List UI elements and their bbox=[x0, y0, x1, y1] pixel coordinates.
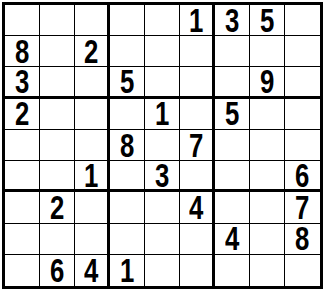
cell-r2c2[interactable] bbox=[40, 36, 75, 67]
cell-r9c3[interactable]: 4 bbox=[75, 255, 110, 286]
cell-r5c8[interactable] bbox=[250, 130, 285, 161]
cell-r8c5[interactable] bbox=[145, 224, 180, 255]
cell-r4c4[interactable] bbox=[110, 99, 145, 130]
cell-r3c6[interactable] bbox=[180, 67, 215, 98]
cell-r2c5[interactable] bbox=[145, 36, 180, 67]
cell-r2c1[interactable]: 8 bbox=[5, 36, 40, 67]
cell-r7c4[interactable] bbox=[110, 192, 145, 223]
cell-r2c4[interactable] bbox=[110, 36, 145, 67]
cell-r7c7[interactable] bbox=[215, 192, 250, 223]
cell-r8c9[interactable]: 8 bbox=[285, 224, 320, 255]
cell-r9c7[interactable] bbox=[215, 255, 250, 286]
cell-r1c3[interactable] bbox=[75, 5, 110, 36]
given-digit: 6 bbox=[50, 255, 64, 286]
cell-r1c5[interactable] bbox=[145, 5, 180, 36]
given-digit: 9 bbox=[260, 67, 274, 98]
cell-r6c3[interactable]: 1 bbox=[75, 161, 110, 192]
cell-r2c3[interactable]: 2 bbox=[75, 36, 110, 67]
given-digit: 8 bbox=[120, 130, 134, 161]
given-digit: 1 bbox=[189, 5, 203, 36]
cell-r1c2[interactable] bbox=[40, 5, 75, 36]
cell-r8c4[interactable] bbox=[110, 224, 145, 255]
cell-r2c6[interactable] bbox=[180, 36, 215, 67]
cell-r8c8[interactable] bbox=[250, 224, 285, 255]
cell-r6c1[interactable] bbox=[5, 161, 40, 192]
cell-r3c2[interactable] bbox=[40, 67, 75, 98]
cell-r7c5[interactable] bbox=[145, 192, 180, 223]
cell-r6c9[interactable]: 6 bbox=[285, 161, 320, 192]
cell-r6c5[interactable]: 3 bbox=[145, 161, 180, 192]
given-digit: 2 bbox=[50, 192, 64, 223]
cell-r4c8[interactable] bbox=[250, 99, 285, 130]
cell-r3c7[interactable] bbox=[215, 67, 250, 98]
given-digit: 2 bbox=[15, 99, 29, 130]
cell-r4c9[interactable] bbox=[285, 99, 320, 130]
sudoku-board: 135823592158713624748641 bbox=[2, 2, 323, 289]
cell-r7c2[interactable]: 2 bbox=[40, 192, 75, 223]
given-digit: 4 bbox=[189, 192, 203, 223]
cell-r3c9[interactable] bbox=[285, 67, 320, 98]
cell-r1c8[interactable]: 5 bbox=[250, 5, 285, 36]
given-digit: 1 bbox=[84, 161, 98, 192]
cell-r4c3[interactable] bbox=[75, 99, 110, 130]
cell-r4c7[interactable]: 5 bbox=[215, 99, 250, 130]
cell-r6c2[interactable] bbox=[40, 161, 75, 192]
cell-r3c5[interactable] bbox=[145, 67, 180, 98]
cell-r3c3[interactable] bbox=[75, 67, 110, 98]
cell-r5c9[interactable] bbox=[285, 130, 320, 161]
given-digit: 6 bbox=[295, 161, 309, 192]
cell-r6c4[interactable] bbox=[110, 161, 145, 192]
cell-r4c1[interactable]: 2 bbox=[5, 99, 40, 130]
cell-r5c2[interactable] bbox=[40, 130, 75, 161]
cell-r2c7[interactable] bbox=[215, 36, 250, 67]
cell-r7c1[interactable] bbox=[5, 192, 40, 223]
cell-r6c6[interactable] bbox=[180, 161, 215, 192]
cell-r5c4[interactable]: 8 bbox=[110, 130, 145, 161]
given-digit: 8 bbox=[15, 36, 29, 67]
given-digit: 7 bbox=[189, 130, 203, 161]
given-digit: 5 bbox=[225, 99, 239, 130]
cell-r7c6[interactable]: 4 bbox=[180, 192, 215, 223]
cell-r9c4[interactable]: 1 bbox=[110, 255, 145, 286]
given-digit: 1 bbox=[120, 255, 134, 286]
given-digit: 3 bbox=[155, 161, 169, 192]
cell-r1c9[interactable] bbox=[285, 5, 320, 36]
given-digit: 7 bbox=[295, 192, 309, 223]
given-digit: 3 bbox=[225, 5, 239, 36]
given-digit: 5 bbox=[120, 67, 134, 98]
cell-r9c2[interactable]: 6 bbox=[40, 255, 75, 286]
cell-r7c9[interactable]: 7 bbox=[285, 192, 320, 223]
cell-r5c1[interactable] bbox=[5, 130, 40, 161]
cell-r8c3[interactable] bbox=[75, 224, 110, 255]
given-digit: 5 bbox=[260, 5, 274, 36]
cell-r5c7[interactable] bbox=[215, 130, 250, 161]
cell-r4c6[interactable] bbox=[180, 99, 215, 130]
cell-r9c5[interactable] bbox=[145, 255, 180, 286]
cell-r8c6[interactable] bbox=[180, 224, 215, 255]
cell-r3c1[interactable]: 3 bbox=[5, 67, 40, 98]
cell-r9c1[interactable] bbox=[5, 255, 40, 286]
cell-r1c1[interactable] bbox=[5, 5, 40, 36]
cell-r3c8[interactable]: 9 bbox=[250, 67, 285, 98]
cell-r2c8[interactable] bbox=[250, 36, 285, 67]
cell-r9c9[interactable] bbox=[285, 255, 320, 286]
cell-r8c2[interactable] bbox=[40, 224, 75, 255]
cell-r5c6[interactable]: 7 bbox=[180, 130, 215, 161]
cell-r1c7[interactable]: 3 bbox=[215, 5, 250, 36]
cell-r5c5[interactable] bbox=[145, 130, 180, 161]
cell-r7c8[interactable] bbox=[250, 192, 285, 223]
cell-r9c6[interactable] bbox=[180, 255, 215, 286]
cell-r8c1[interactable] bbox=[5, 224, 40, 255]
given-digit: 4 bbox=[84, 255, 98, 286]
cell-r3c4[interactable]: 5 bbox=[110, 67, 145, 98]
given-digit: 4 bbox=[225, 224, 239, 255]
cell-r9c8[interactable] bbox=[250, 255, 285, 286]
cell-r2c9[interactable] bbox=[285, 36, 320, 67]
cell-r4c5[interactable]: 1 bbox=[145, 99, 180, 130]
cell-r6c7[interactable] bbox=[215, 161, 250, 192]
cell-r1c6[interactable]: 1 bbox=[180, 5, 215, 36]
cell-r4c2[interactable] bbox=[40, 99, 75, 130]
given-digit: 1 bbox=[155, 99, 169, 130]
given-digit: 3 bbox=[15, 67, 29, 98]
given-digit: 2 bbox=[84, 36, 98, 67]
cell-r5c3[interactable] bbox=[75, 130, 110, 161]
cell-r8c7[interactable]: 4 bbox=[215, 224, 250, 255]
cell-r7c3[interactable] bbox=[75, 192, 110, 223]
given-digit: 8 bbox=[295, 224, 309, 255]
cell-r6c8[interactable] bbox=[250, 161, 285, 192]
cell-r1c4[interactable] bbox=[110, 5, 145, 36]
